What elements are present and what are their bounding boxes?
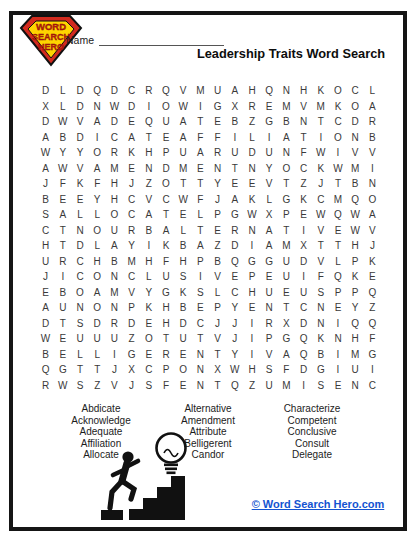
grid-cell-r5c12[interactable]: U bbox=[226, 145, 243, 161]
grid-cell-r7c19[interactable]: B bbox=[347, 176, 364, 192]
grid-cell-r20c1[interactable]: R bbox=[37, 378, 54, 394]
grid-cell-r1c1[interactable]: D bbox=[37, 83, 54, 99]
grid-cell-r20c17[interactable]: S bbox=[312, 378, 329, 394]
grid-cell-r3c17[interactable]: T bbox=[312, 114, 329, 130]
grid-cell-r9c17[interactable]: W bbox=[312, 207, 329, 223]
grid-cell-r20c19[interactable]: N bbox=[347, 378, 364, 394]
grid-cell-r18c20[interactable]: G bbox=[364, 347, 381, 363]
grid-cell-r16c4[interactable]: D bbox=[89, 316, 106, 332]
grid-cell-r11c6[interactable]: Y bbox=[123, 238, 140, 254]
grid-cell-r13c9[interactable]: S bbox=[175, 269, 192, 285]
grid-cell-r8c5[interactable]: H bbox=[106, 192, 123, 208]
grid-cell-r15c17[interactable]: N bbox=[312, 300, 329, 316]
grid-cell-r13c20[interactable]: E bbox=[364, 269, 381, 285]
grid-cell-r11c14[interactable]: A bbox=[261, 238, 278, 254]
grid-cell-r6c1[interactable]: A bbox=[37, 161, 54, 177]
grid-cell-r4c10[interactable]: F bbox=[192, 130, 209, 146]
grid-cell-r6c4[interactable]: A bbox=[89, 161, 106, 177]
grid-cell-r13c17[interactable]: F bbox=[312, 269, 329, 285]
grid-cell-r19c16[interactable]: D bbox=[295, 362, 312, 378]
grid-cell-r13c8[interactable]: U bbox=[157, 269, 174, 285]
grid-cell-r8c18[interactable]: M bbox=[329, 192, 346, 208]
grid-cell-r16c11[interactable]: J bbox=[209, 316, 226, 332]
grid-cell-r9c15[interactable]: P bbox=[278, 207, 295, 223]
grid-cell-r12c9[interactable]: H bbox=[175, 254, 192, 270]
grid-cell-r19c9[interactable]: O bbox=[175, 362, 192, 378]
grid-cell-r14c12[interactable]: C bbox=[226, 285, 243, 301]
grid-cell-r3c15[interactable]: B bbox=[278, 114, 295, 130]
name-blank-line[interactable] bbox=[99, 33, 224, 46]
grid-cell-r15c18[interactable]: E bbox=[329, 300, 346, 316]
grid-cell-r18c8[interactable]: R bbox=[157, 347, 174, 363]
grid-cell-r18c15[interactable]: A bbox=[278, 347, 295, 363]
grid-cell-r15c5[interactable]: N bbox=[106, 300, 123, 316]
grid-cell-r9c14[interactable]: X bbox=[261, 207, 278, 223]
grid-cell-r15c13[interactable]: E bbox=[243, 300, 260, 316]
grid-cell-r4c6[interactable]: A bbox=[123, 130, 140, 146]
grid-cell-r10c2[interactable]: T bbox=[54, 223, 71, 239]
grid-cell-r17c17[interactable]: K bbox=[312, 331, 329, 347]
grid-cell-r5c5[interactable]: R bbox=[106, 145, 123, 161]
grid-cell-r5c13[interactable]: D bbox=[243, 145, 260, 161]
grid-cell-r13c5[interactable]: N bbox=[106, 269, 123, 285]
grid-cell-r9c1[interactable]: S bbox=[37, 207, 54, 223]
grid-cell-r15c11[interactable]: P bbox=[209, 300, 226, 316]
grid-cell-r1c5[interactable]: D bbox=[106, 83, 123, 99]
grid-cell-r11c2[interactable]: T bbox=[54, 238, 71, 254]
grid-cell-r17c5[interactable]: U bbox=[106, 331, 123, 347]
grid-cell-r2c13[interactable]: R bbox=[243, 99, 260, 115]
grid-cell-r14c19[interactable]: P bbox=[347, 285, 364, 301]
grid-cell-r3c3[interactable]: V bbox=[71, 114, 88, 130]
grid-cell-r6c16[interactable]: C bbox=[295, 161, 312, 177]
grid-cell-r12c6[interactable]: M bbox=[123, 254, 140, 270]
grid-cell-r17c12[interactable]: J bbox=[226, 331, 243, 347]
grid-cell-r18c10[interactable]: N bbox=[192, 347, 209, 363]
grid-cell-r2c8[interactable]: O bbox=[157, 99, 174, 115]
grid-cell-r16c20[interactable]: Q bbox=[364, 316, 381, 332]
grid-cell-r10c15[interactable]: T bbox=[278, 223, 295, 239]
grid-cell-r5c10[interactable]: A bbox=[192, 145, 209, 161]
grid-cell-r8c11[interactable]: J bbox=[209, 192, 226, 208]
grid-cell-r5c3[interactable]: Y bbox=[71, 145, 88, 161]
grid-cell-r17c9[interactable]: U bbox=[175, 331, 192, 347]
grid-cell-r11c10[interactable]: A bbox=[192, 238, 209, 254]
grid-cell-r12c14[interactable]: G bbox=[261, 254, 278, 270]
grid-cell-r8c20[interactable]: O bbox=[364, 192, 381, 208]
grid-cell-r6c3[interactable]: V bbox=[71, 161, 88, 177]
grid-cell-r10c7[interactable]: B bbox=[140, 223, 157, 239]
grid-cell-r20c8[interactable]: F bbox=[157, 378, 174, 394]
grid-cell-r13c12[interactable]: E bbox=[226, 269, 243, 285]
grid-cell-r3c5[interactable]: D bbox=[106, 114, 123, 130]
grid-cell-r20c2[interactable]: W bbox=[54, 378, 71, 394]
grid-cell-r13c1[interactable]: J bbox=[37, 269, 54, 285]
grid-cell-r16c16[interactable]: D bbox=[295, 316, 312, 332]
grid-cell-r7c14[interactable]: V bbox=[261, 176, 278, 192]
grid-cell-r14c18[interactable]: P bbox=[329, 285, 346, 301]
grid-cell-r1c10[interactable]: M bbox=[192, 83, 209, 99]
grid-cell-r16c13[interactable]: I bbox=[243, 316, 260, 332]
grid-cell-r3c10[interactable]: T bbox=[192, 114, 209, 130]
grid-cell-r12c20[interactable]: K bbox=[364, 254, 381, 270]
grid-cell-r3c14[interactable]: G bbox=[261, 114, 278, 130]
grid-cell-r3c20[interactable]: R bbox=[364, 114, 381, 130]
grid-cell-r5c7[interactable]: H bbox=[140, 145, 157, 161]
grid-cell-r14c10[interactable]: S bbox=[192, 285, 209, 301]
grid-cell-r9c8[interactable]: T bbox=[157, 207, 174, 223]
grid-cell-r1c2[interactable]: L bbox=[54, 83, 71, 99]
grid-cell-r17c4[interactable]: U bbox=[89, 331, 106, 347]
grid-cell-r4c4[interactable]: I bbox=[89, 130, 106, 146]
grid-cell-r17c15[interactable]: G bbox=[278, 331, 295, 347]
grid-cell-r2c2[interactable]: L bbox=[54, 99, 71, 115]
grid-cell-r11c15[interactable]: M bbox=[278, 238, 295, 254]
grid-cell-r13c16[interactable]: I bbox=[295, 269, 312, 285]
grid-cell-r18c7[interactable]: E bbox=[140, 347, 157, 363]
grid-cell-r13c3[interactable]: C bbox=[71, 269, 88, 285]
grid-cell-r14c16[interactable]: U bbox=[295, 285, 312, 301]
grid-cell-r10c14[interactable]: A bbox=[261, 223, 278, 239]
grid-cell-r11c13[interactable]: I bbox=[243, 238, 260, 254]
grid-cell-r13c14[interactable]: E bbox=[261, 269, 278, 285]
grid-cell-r2c15[interactable]: M bbox=[278, 99, 295, 115]
grid-cell-r11c4[interactable]: L bbox=[89, 238, 106, 254]
grid-cell-r4c17[interactable]: I bbox=[312, 130, 329, 146]
grid-cell-r8c16[interactable]: K bbox=[295, 192, 312, 208]
grid-cell-r4c11[interactable]: F bbox=[209, 130, 226, 146]
grid-cell-r9c7[interactable]: A bbox=[140, 207, 157, 223]
grid-cell-r6c2[interactable]: W bbox=[54, 161, 71, 177]
grid-cell-r17c8[interactable]: T bbox=[157, 331, 174, 347]
grid-cell-r16c9[interactable]: D bbox=[175, 316, 192, 332]
grid-cell-r1c15[interactable]: N bbox=[278, 83, 295, 99]
grid-cell-r20c3[interactable]: S bbox=[71, 378, 88, 394]
grid-cell-r6c8[interactable]: D bbox=[157, 161, 174, 177]
grid-cell-r10c8[interactable]: A bbox=[157, 223, 174, 239]
grid-cell-r6c15[interactable]: O bbox=[278, 161, 295, 177]
grid-cell-r13c7[interactable]: L bbox=[140, 269, 157, 285]
grid-cell-r15c7[interactable]: K bbox=[140, 300, 157, 316]
grid-cell-r18c4[interactable]: L bbox=[89, 347, 106, 363]
grid-cell-r19c18[interactable]: I bbox=[329, 362, 346, 378]
grid-cell-r3c18[interactable]: C bbox=[329, 114, 346, 130]
grid-cell-r12c5[interactable]: B bbox=[106, 254, 123, 270]
grid-cell-r16c1[interactable]: D bbox=[37, 316, 54, 332]
grid-cell-r3c2[interactable]: W bbox=[54, 114, 71, 130]
grid-cell-r5c9[interactable]: U bbox=[175, 145, 192, 161]
grid-cell-r4c9[interactable]: A bbox=[175, 130, 192, 146]
grid-cell-r6c5[interactable]: M bbox=[106, 161, 123, 177]
grid-cell-r4c20[interactable]: B bbox=[364, 130, 381, 146]
grid-cell-r1c13[interactable]: H bbox=[243, 83, 260, 99]
grid-cell-r3c6[interactable]: E bbox=[123, 114, 140, 130]
grid-cell-r15c6[interactable]: P bbox=[123, 300, 140, 316]
grid-cell-r15c12[interactable]: Y bbox=[226, 300, 243, 316]
grid-cell-r8c19[interactable]: Q bbox=[347, 192, 364, 208]
grid-cell-r3c1[interactable]: D bbox=[37, 114, 54, 130]
grid-cell-r6c6[interactable]: E bbox=[123, 161, 140, 177]
grid-cell-r19c20[interactable]: I bbox=[364, 362, 381, 378]
grid-cell-r11c16[interactable]: X bbox=[295, 238, 312, 254]
grid-cell-r9c11[interactable]: P bbox=[209, 207, 226, 223]
grid-cell-r20c14[interactable]: U bbox=[261, 378, 278, 394]
grid-cell-r3c9[interactable]: A bbox=[175, 114, 192, 130]
grid-cell-r3c12[interactable]: B bbox=[226, 114, 243, 130]
grid-cell-r20c5[interactable]: V bbox=[106, 378, 123, 394]
grid-cell-r10c11[interactable]: E bbox=[209, 223, 226, 239]
grid-cell-r4c8[interactable]: E bbox=[157, 130, 174, 146]
footer-link[interactable]: © Word Search Hero.com bbox=[243, 498, 393, 510]
grid-cell-r18c3[interactable]: L bbox=[71, 347, 88, 363]
grid-cell-r15c8[interactable]: H bbox=[157, 300, 174, 316]
grid-cell-r17c10[interactable]: T bbox=[192, 331, 209, 347]
grid-cell-r3c7[interactable]: Q bbox=[140, 114, 157, 130]
grid-cell-r9c9[interactable]: E bbox=[175, 207, 192, 223]
grid-cell-r5c4[interactable]: O bbox=[89, 145, 106, 161]
grid-cell-r6c7[interactable]: N bbox=[140, 161, 157, 177]
grid-cell-r17c19[interactable]: H bbox=[347, 331, 364, 347]
grid-cell-r7c18[interactable]: T bbox=[329, 176, 346, 192]
grid-cell-r8c13[interactable]: K bbox=[243, 192, 260, 208]
grid-cell-r5c2[interactable]: Y bbox=[54, 145, 71, 161]
grid-cell-r7c15[interactable]: T bbox=[278, 176, 295, 192]
grid-cell-r7c2[interactable]: F bbox=[54, 176, 71, 192]
grid-cell-r19c17[interactable]: G bbox=[312, 362, 329, 378]
grid-cell-r4c12[interactable]: I bbox=[226, 130, 243, 146]
grid-cell-r12c18[interactable]: L bbox=[329, 254, 346, 270]
grid-cell-r9c12[interactable]: G bbox=[226, 207, 243, 223]
grid-cell-r17c18[interactable]: N bbox=[329, 331, 346, 347]
grid-cell-r4c19[interactable]: N bbox=[347, 130, 364, 146]
grid-cell-r5c14[interactable]: U bbox=[261, 145, 278, 161]
grid-cell-r1c4[interactable]: Q bbox=[89, 83, 106, 99]
grid-cell-r17c14[interactable]: P bbox=[261, 331, 278, 347]
grid-cell-r16c3[interactable]: S bbox=[71, 316, 88, 332]
grid-cell-r13c13[interactable]: P bbox=[243, 269, 260, 285]
grid-cell-r9c3[interactable]: L bbox=[71, 207, 88, 223]
grid-cell-r10c16[interactable]: I bbox=[295, 223, 312, 239]
grid-cell-r19c4[interactable]: T bbox=[89, 362, 106, 378]
grid-cell-r2c10[interactable]: I bbox=[192, 99, 209, 115]
grid-cell-r16c5[interactable]: R bbox=[106, 316, 123, 332]
grid-cell-r12c16[interactable]: D bbox=[295, 254, 312, 270]
grid-cell-r20c18[interactable]: E bbox=[329, 378, 346, 394]
grid-cell-r19c12[interactable]: W bbox=[226, 362, 243, 378]
grid-cell-r13c4[interactable]: O bbox=[89, 269, 106, 285]
grid-cell-r19c5[interactable]: J bbox=[106, 362, 123, 378]
grid-cell-r2c19[interactable]: O bbox=[347, 99, 364, 115]
grid-cell-r8c1[interactable]: B bbox=[37, 192, 54, 208]
grid-cell-r8c9[interactable]: W bbox=[175, 192, 192, 208]
grid-cell-r16c10[interactable]: C bbox=[192, 316, 209, 332]
grid-cell-r20c16[interactable]: I bbox=[295, 378, 312, 394]
grid-cell-r13c2[interactable]: I bbox=[54, 269, 71, 285]
grid-cell-r14c15[interactable]: E bbox=[278, 285, 295, 301]
grid-cell-r6c17[interactable]: K bbox=[312, 161, 329, 177]
grid-cell-r16c18[interactable]: I bbox=[329, 316, 346, 332]
grid-cell-r9c2[interactable]: A bbox=[54, 207, 71, 223]
grid-cell-r16c8[interactable]: H bbox=[157, 316, 174, 332]
grid-cell-r18c11[interactable]: T bbox=[209, 347, 226, 363]
grid-cell-r1c18[interactable]: O bbox=[329, 83, 346, 99]
grid-cell-r1c8[interactable]: Q bbox=[157, 83, 174, 99]
grid-cell-r6c13[interactable]: N bbox=[243, 161, 260, 177]
grid-cell-r19c11[interactable]: X bbox=[209, 362, 226, 378]
grid-cell-r8c7[interactable]: V bbox=[140, 192, 157, 208]
grid-cell-r2c14[interactable]: E bbox=[261, 99, 278, 115]
grid-cell-r4c15[interactable]: A bbox=[278, 130, 295, 146]
grid-cell-r12c12[interactable]: Q bbox=[226, 254, 243, 270]
grid-cell-r16c19[interactable]: Q bbox=[347, 316, 364, 332]
grid-cell-r19c14[interactable]: S bbox=[261, 362, 278, 378]
grid-cell-r10c19[interactable]: W bbox=[347, 223, 364, 239]
grid-cell-r19c7[interactable]: C bbox=[140, 362, 157, 378]
grid-cell-r17c13[interactable]: I bbox=[243, 331, 260, 347]
grid-cell-r5c16[interactable]: F bbox=[295, 145, 312, 161]
grid-cell-r4c2[interactable]: B bbox=[54, 130, 71, 146]
grid-cell-r11c20[interactable]: J bbox=[364, 238, 381, 254]
grid-cell-r8c14[interactable]: L bbox=[261, 192, 278, 208]
grid-cell-r7c17[interactable]: J bbox=[312, 176, 329, 192]
grid-cell-r10c3[interactable]: N bbox=[71, 223, 88, 239]
grid-cell-r16c12[interactable]: J bbox=[226, 316, 243, 332]
grid-cell-r17c20[interactable]: F bbox=[364, 331, 381, 347]
grid-cell-r18c9[interactable]: E bbox=[175, 347, 192, 363]
grid-cell-r15c14[interactable]: N bbox=[261, 300, 278, 316]
grid-cell-r19c2[interactable]: G bbox=[54, 362, 71, 378]
grid-cell-r6c14[interactable]: Y bbox=[261, 161, 278, 177]
grid-cell-r7c5[interactable]: H bbox=[106, 176, 123, 192]
grid-cell-r18c16[interactable]: Q bbox=[295, 347, 312, 363]
grid-cell-r15c16[interactable]: C bbox=[295, 300, 312, 316]
grid-cell-r11c11[interactable]: Z bbox=[209, 238, 226, 254]
grid-cell-r12c15[interactable]: U bbox=[278, 254, 295, 270]
grid-cell-r2c6[interactable]: D bbox=[123, 99, 140, 115]
grid-cell-r5c15[interactable]: N bbox=[278, 145, 295, 161]
grid-cell-r7c9[interactable]: T bbox=[175, 176, 192, 192]
grid-cell-r13c11[interactable]: V bbox=[209, 269, 226, 285]
grid-cell-r2c7[interactable]: I bbox=[140, 99, 157, 115]
grid-cell-r8c10[interactable]: F bbox=[192, 192, 209, 208]
grid-cell-r8c6[interactable]: C bbox=[123, 192, 140, 208]
grid-cell-r11c3[interactable]: D bbox=[71, 238, 88, 254]
grid-cell-r1c12[interactable]: A bbox=[226, 83, 243, 99]
grid-cell-r7c13[interactable]: E bbox=[243, 176, 260, 192]
grid-cell-r4c18[interactable]: O bbox=[329, 130, 346, 146]
grid-cell-r11c5[interactable]: A bbox=[106, 238, 123, 254]
grid-cell-r8c15[interactable]: G bbox=[278, 192, 295, 208]
grid-cell-r2c18[interactable]: K bbox=[329, 99, 346, 115]
grid-cell-r19c8[interactable]: P bbox=[157, 362, 174, 378]
grid-cell-r13c15[interactable]: U bbox=[278, 269, 295, 285]
grid-cell-r3c11[interactable]: E bbox=[209, 114, 226, 130]
grid-cell-r10c17[interactable]: V bbox=[312, 223, 329, 239]
grid-cell-r14c6[interactable]: V bbox=[123, 285, 140, 301]
grid-cell-r20c12[interactable]: Q bbox=[226, 378, 243, 394]
grid-cell-r14c20[interactable]: Q bbox=[364, 285, 381, 301]
grid-cell-r14c14[interactable]: U bbox=[261, 285, 278, 301]
grid-cell-r15c2[interactable]: U bbox=[54, 300, 71, 316]
grid-cell-r8c4[interactable]: Y bbox=[89, 192, 106, 208]
grid-cell-r14c2[interactable]: B bbox=[54, 285, 71, 301]
grid-cell-r19c3[interactable]: T bbox=[71, 362, 88, 378]
grid-cell-r17c2[interactable]: E bbox=[54, 331, 71, 347]
grid-cell-r1c16[interactable]: H bbox=[295, 83, 312, 99]
grid-cell-r2c16[interactable]: V bbox=[295, 99, 312, 115]
grid-cell-r7c8[interactable]: O bbox=[157, 176, 174, 192]
grid-cell-r13c19[interactable]: K bbox=[347, 269, 364, 285]
grid-cell-r19c15[interactable]: F bbox=[278, 362, 295, 378]
grid-cell-r5c11[interactable]: R bbox=[209, 145, 226, 161]
grid-cell-r7c12[interactable]: E bbox=[226, 176, 243, 192]
grid-cell-r19c19[interactable]: U bbox=[347, 362, 364, 378]
grid-cell-r9c6[interactable]: C bbox=[123, 207, 140, 223]
grid-cell-r19c13[interactable]: H bbox=[243, 362, 260, 378]
grid-cell-r10c12[interactable]: R bbox=[226, 223, 243, 239]
grid-cell-r14c17[interactable]: S bbox=[312, 285, 329, 301]
grid-cell-r9c16[interactable]: E bbox=[295, 207, 312, 223]
grid-cell-r10c9[interactable]: L bbox=[175, 223, 192, 239]
grid-cell-r14c4[interactable]: A bbox=[89, 285, 106, 301]
grid-cell-r5c19[interactable]: V bbox=[347, 145, 364, 161]
grid-cell-r5c8[interactable]: P bbox=[157, 145, 174, 161]
grid-cell-r4c16[interactable]: T bbox=[295, 130, 312, 146]
grid-cell-r12c7[interactable]: H bbox=[140, 254, 157, 270]
grid-cell-r1c17[interactable]: K bbox=[312, 83, 329, 99]
grid-cell-r18c17[interactable]: B bbox=[312, 347, 329, 363]
grid-cell-r18c19[interactable]: M bbox=[347, 347, 364, 363]
grid-cell-r13c10[interactable]: I bbox=[192, 269, 209, 285]
grid-cell-r18c14[interactable]: V bbox=[261, 347, 278, 363]
grid-cell-r8c12[interactable]: A bbox=[226, 192, 243, 208]
grid-cell-r20c11[interactable]: T bbox=[209, 378, 226, 394]
grid-cell-r4c7[interactable]: T bbox=[140, 130, 157, 146]
grid-cell-r11c1[interactable]: H bbox=[37, 238, 54, 254]
grid-cell-r18c13[interactable]: I bbox=[243, 347, 260, 363]
grid-cell-r6c9[interactable]: M bbox=[175, 161, 192, 177]
grid-cell-r6c20[interactable]: I bbox=[364, 161, 381, 177]
grid-cell-r11c18[interactable]: T bbox=[329, 238, 346, 254]
grid-cell-r19c10[interactable]: N bbox=[192, 362, 209, 378]
grid-cell-r1c3[interactable]: D bbox=[71, 83, 88, 99]
grid-cell-r2c20[interactable]: A bbox=[364, 99, 381, 115]
grid-cell-r3c16[interactable]: N bbox=[295, 114, 312, 130]
grid-cell-r20c13[interactable]: Z bbox=[243, 378, 260, 394]
grid-cell-r2c11[interactable]: G bbox=[209, 99, 226, 115]
grid-cell-r20c15[interactable]: M bbox=[278, 378, 295, 394]
grid-cell-r11c9[interactable]: B bbox=[175, 238, 192, 254]
grid-cell-r18c1[interactable]: B bbox=[37, 347, 54, 363]
grid-cell-r12c11[interactable]: B bbox=[209, 254, 226, 270]
grid-cell-r2c3[interactable]: D bbox=[71, 99, 88, 115]
grid-cell-r20c7[interactable]: S bbox=[140, 378, 157, 394]
grid-cell-r11c8[interactable]: K bbox=[157, 238, 174, 254]
grid-cell-r18c2[interactable]: E bbox=[54, 347, 71, 363]
grid-cell-r10c18[interactable]: E bbox=[329, 223, 346, 239]
grid-cell-r4c14[interactable]: I bbox=[261, 130, 278, 146]
grid-cell-r20c9[interactable]: E bbox=[175, 378, 192, 394]
grid-cell-r15c10[interactable]: E bbox=[192, 300, 209, 316]
grid-cell-r6c18[interactable]: W bbox=[329, 161, 346, 177]
grid-cell-r5c1[interactable]: W bbox=[37, 145, 54, 161]
grid-cell-r9c13[interactable]: W bbox=[243, 207, 260, 223]
grid-cell-r19c1[interactable]: Q bbox=[37, 362, 54, 378]
grid-cell-r1c14[interactable]: Q bbox=[261, 83, 278, 99]
grid-cell-r7c16[interactable]: Z bbox=[295, 176, 312, 192]
grid-cell-r10c6[interactable]: R bbox=[123, 223, 140, 239]
grid-cell-r17c3[interactable]: U bbox=[71, 331, 88, 347]
